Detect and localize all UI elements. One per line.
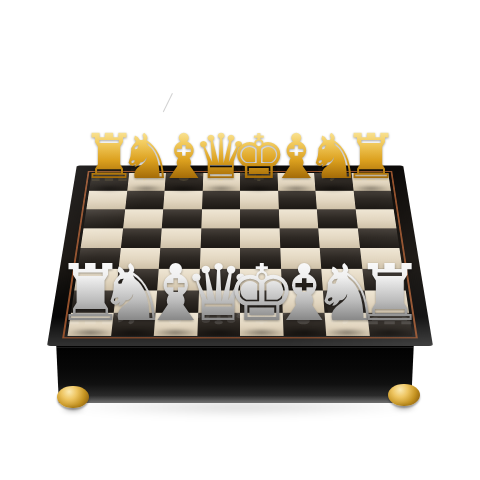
piece-layer: ♜♜♞♞♝♝♛♛♚♚♝♝♞♞♜♜♜♜♞♞♝♝♛♛♚♚♝♝♞♞♜♜ bbox=[0, 0, 480, 480]
product-photo-stage: ♜♜♞♞♝♝♛♛♚♚♝♝♞♞♜♜♜♜♞♞♝♝♛♛♚♚♝♝♞♞♜♜ bbox=[0, 0, 480, 480]
gold-rook[interactable]: ♜ bbox=[343, 126, 399, 188]
silver-rook[interactable]: ♜ bbox=[355, 254, 425, 332]
